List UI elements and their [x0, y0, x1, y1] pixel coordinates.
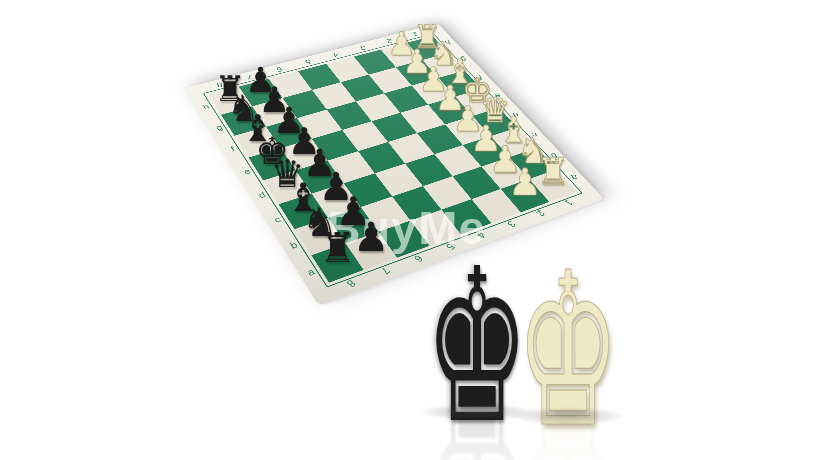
file-label-a-far: a: [570, 174, 579, 182]
product-photo-stage: aa88bb77cc66dd55ee44ff33gg22hh11 ♜♞♝♛♚♝♞…: [0, 0, 816, 460]
rank-label-8-file-a: 8: [345, 279, 359, 289]
white-king-shadow: [508, 407, 628, 425]
rank-label-5-file-h: 5: [305, 59, 312, 65]
file-label-a-near: a: [305, 267, 316, 278]
file-label-g-near: g: [214, 124, 224, 132]
file-label-b-near: b: [288, 240, 299, 250]
rank-label-7-file-h: 7: [247, 74, 254, 81]
file-label-c-near: c: [272, 215, 282, 224]
rank-label-2-file-h: 2: [386, 38, 393, 44]
rank-label-2-file-a: 2: [535, 209, 548, 218]
file-label-h-near: h: [201, 103, 210, 111]
rank-label-3-file-h: 3: [360, 45, 367, 51]
rank-label-1-file-h: 1: [412, 32, 419, 38]
file-label-g-far: g: [460, 57, 468, 63]
file-label-e-near: e: [241, 167, 251, 176]
rank-label-6-file-h: 6: [276, 67, 283, 74]
file-label-d-near: d: [256, 191, 266, 200]
file-label-c-far: c: [530, 132, 538, 139]
file-label-e-far: e: [493, 93, 501, 100]
file-label-d-far: d: [511, 112, 520, 119]
file-label-h-far: h: [444, 40, 452, 46]
file-label-f-far: f: [477, 74, 483, 80]
file-label-b-far: b: [549, 152, 558, 160]
foreground-white-king: ♚ ♚: [468, 245, 668, 457]
rank-label-8-file-h: 8: [216, 82, 223, 89]
rank-label-1-file-a: 1: [563, 199, 575, 208]
file-label-f-near: f: [229, 145, 236, 153]
rank-label-4-file-h: 4: [333, 52, 340, 58]
